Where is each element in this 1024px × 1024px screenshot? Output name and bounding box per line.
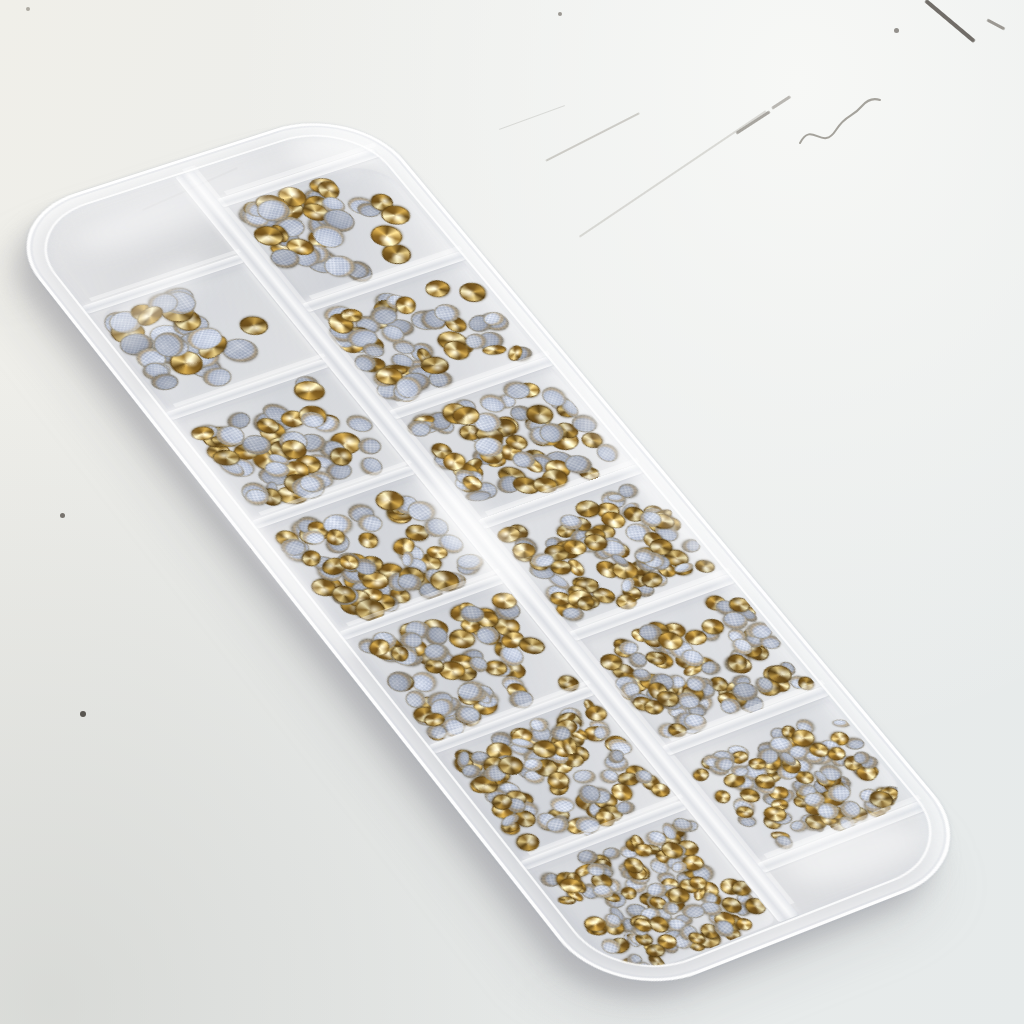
plastic-glint (101, 251, 216, 349)
plastic-glint (282, 131, 383, 175)
photo (0, 0, 1024, 1024)
plastic-glint (767, 807, 943, 898)
plastic-glint (409, 471, 545, 604)
